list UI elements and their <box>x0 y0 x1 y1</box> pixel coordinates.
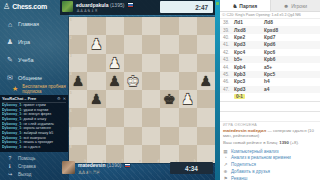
rank-label: 2 <box>70 36 72 40</box>
board: 12♟3♟4♟♟♚♟5♟♚♟678hgfedcba <box>69 17 215 163</box>
opening-row[interactable]: ⓘ C20: King's Pawn Opening: 1.e4 e5 2.Qg… <box>220 12 320 19</box>
black-move[interactable]: Крb6 <box>264 57 294 62</box>
chat-header: YouRaChat – Free ⚙ ✕ <box>2 96 66 103</box>
player-name-bottom[interactable]: matedevsin (1390) <box>78 162 130 168</box>
learn-icon: Учеба <box>18 57 33 63</box>
add-friend-icon: ⊕ <box>223 169 228 174</box>
square-c5[interactable]: ♚ <box>160 90 178 108</box>
move-row[interactable]: 40. Крe2 Крd7 <box>220 34 320 41</box>
action-link[interactable]: ⚑ Реванш <box>223 175 317 180</box>
move-row[interactable]: 47. Крd3 a4 <box>220 86 320 93</box>
winner-name[interactable]: matedevsin победил <box>223 128 266 133</box>
tab-label: Партия <box>239 3 257 9</box>
black-pawn: ♟ <box>106 72 124 90</box>
trial-star-icon: ★ <box>12 85 18 93</box>
white-move[interactable]: Лxd8 <box>234 28 264 33</box>
square-d4[interactable] <box>142 72 160 90</box>
square-a7[interactable] <box>197 127 215 145</box>
black-move[interactable]: Крxd8 <box>264 28 294 33</box>
white-king: ♚ <box>124 72 142 90</box>
square-g3[interactable] <box>87 54 105 72</box>
move-number: 41. <box>223 42 234 47</box>
new-rating-text: Ваш новый рейтинг в Блиц: 1390 (+8). <box>223 140 317 145</box>
square-e7[interactable] <box>124 127 142 145</box>
learn-icon: ✎ <box>6 56 14 64</box>
sidebar-item[interactable]: ⌂ Главная <box>0 15 69 33</box>
rating: (1390) <box>107 162 121 168</box>
move-row[interactable]: 0-1 <box>220 93 320 100</box>
white-move[interactable]: 0-1 <box>234 94 245 99</box>
square-c3[interactable] <box>160 54 178 72</box>
square-h1[interactable]: 1 <box>69 17 87 35</box>
rank-label: 5 <box>70 91 72 95</box>
move-number: 38. <box>223 20 234 25</box>
square-a3[interactable] <box>197 54 215 72</box>
sidebar-item[interactable]: ♟ Игра <box>0 33 69 51</box>
square-d6[interactable] <box>142 108 160 126</box>
black-move[interactable]: Крc5 <box>264 72 294 77</box>
info-icon: ℹ <box>6 163 14 169</box>
square-c6[interactable] <box>160 108 178 126</box>
square-g2[interactable]: ♟ <box>87 35 105 53</box>
game-over-heading: ИГРА ОКОНЧЕНА <box>223 123 317 127</box>
avatar[interactable] <box>62 161 75 174</box>
opening-name: C20: King's Pawn Opening: 1.e4 e5 2.Qg4 … <box>227 13 301 17</box>
play-icon: ♟ <box>6 38 14 46</box>
rematch-icon: ⚑ <box>223 176 228 180</box>
help-icon: Помощь <box>18 156 35 161</box>
sidebar: ♙ Chess.com ⌂ Главная ♟ Игра ✎ Учеба ✉ О… <box>0 0 69 180</box>
move-row[interactable]: 45. Крb3 Крc5 <box>220 71 320 78</box>
white-pawn: ♟ <box>87 35 105 53</box>
move-row[interactable]: 38. Лd1 Лd8 <box>220 19 320 26</box>
move-number: 45. <box>223 72 234 77</box>
black-move[interactable]: Крd6 <box>264 42 294 47</box>
white-move[interactable]: Крc4 <box>234 50 264 55</box>
realtime-analysis-icon: Анализ в реальном времени <box>231 155 291 160</box>
clock-bottom: 4:34 <box>170 162 213 174</box>
player-name-top[interactable]: eduardpakula (1395) <box>76 2 133 8</box>
square-f3[interactable]: ♟ <box>106 54 124 72</box>
square-g1[interactable] <box>87 17 105 35</box>
white-move[interactable]: Крd3 <box>234 42 264 47</box>
square-a1[interactable] <box>197 17 215 35</box>
black-move[interactable]: a4 <box>264 87 294 92</box>
black-move[interactable]: Крd7 <box>264 35 294 40</box>
action-link[interactable]: ▦ Компьютерный анализ <box>223 148 317 155</box>
sidebar-bottom-menu: ? Помощь ℹ Справка ↪ Выход <box>0 154 69 178</box>
chat-messages: Dybovoy_1: привет стрим Dybovoy_1: удачи… <box>2 103 66 151</box>
square-h3[interactable]: 3 <box>69 54 87 72</box>
square-e3[interactable] <box>124 54 142 72</box>
move-row[interactable]: 41. Крd3 Крd6 <box>220 41 320 48</box>
sidebar-bottom-item[interactable]: ? Помощь <box>0 154 69 162</box>
play-icon: Игра <box>18 39 30 45</box>
square-b4[interactable] <box>179 72 197 90</box>
help-icon: ? <box>6 155 14 161</box>
square-d2[interactable] <box>142 35 160 53</box>
action-link[interactable]: ↗ Поделиться <box>223 161 317 168</box>
share-game-icon: Поделиться <box>231 162 256 167</box>
game-result-text: matedevsin победил — соперник сдался (10… <box>223 128 317 139</box>
square-a6[interactable] <box>197 108 215 126</box>
opening-info-icon: ⓘ <box>222 13 226 17</box>
chat-message: Dybovoy_1: он сдался <box>2 145 66 150</box>
move-number: 43. <box>223 57 234 62</box>
square-g5[interactable]: ♟ <box>87 90 105 108</box>
rank-label: 6 <box>70 109 72 113</box>
black-pawn: ♟ <box>87 90 105 108</box>
move-row[interactable]: 42. Крc4 Крc6 <box>220 49 320 56</box>
square-e2[interactable] <box>124 35 142 53</box>
square-g4[interactable] <box>87 72 105 90</box>
square-c7[interactable] <box>160 127 178 145</box>
top-player-bar: eduardpakula (1395) ♟♟♟♞♝♜ 2:47 <box>60 0 215 15</box>
black-move[interactable]: Крc6 <box>264 50 294 55</box>
stream-chat-overlay[interactable]: YouRaChat – Free ⚙ ✕ Dybovoy_1: привет с… <box>0 95 68 152</box>
screen: ♙ Chess.com ⌂ Главная ♟ Игра ✎ Учеба ✉ О… <box>0 0 320 180</box>
rank-label: 8 <box>70 145 72 149</box>
square-d5[interactable] <box>142 90 160 108</box>
white-pawn: ♟ <box>106 54 124 72</box>
square-f4[interactable]: ♟ <box>106 72 124 90</box>
square-d7[interactable] <box>142 127 160 145</box>
sidebar-item[interactable]: ✎ Учеба <box>0 51 69 69</box>
square-e4[interactable]: ♚ <box>124 72 142 90</box>
move-number: 47. <box>223 87 234 92</box>
home-icon: Главная <box>18 21 39 27</box>
post-game-actions: ▦ Компьютерный анализ ◔ Анализ в реально… <box>220 146 320 180</box>
white-move[interactable]: Лd1 <box>234 20 264 25</box>
new-rating-value: 1390 <box>279 140 289 145</box>
signout-icon: Выход <box>18 172 31 177</box>
action-link[interactable]: ◔ Анализ в реальном времени <box>223 155 317 162</box>
square-a2[interactable] <box>197 35 215 53</box>
square-a5[interactable] <box>197 90 215 108</box>
black-move[interactable]: h4 <box>264 79 294 84</box>
tab-label: Игроки <box>291 3 307 9</box>
move-number: 40. <box>223 35 234 40</box>
trial-label: Бесплатная пробная подписка <box>22 84 66 95</box>
square-f6[interactable] <box>106 108 124 126</box>
square-h5[interactable]: 5 <box>69 90 87 108</box>
square-h4[interactable]: 4♟ <box>69 72 87 90</box>
square-b6[interactable] <box>179 108 197 126</box>
square-b1[interactable] <box>179 17 197 35</box>
chat-title: YouRaChat – Free <box>2 96 55 101</box>
sidebar-bottom-item[interactable]: ℹ Справка <box>0 162 69 170</box>
white-move[interactable]: Крb4 <box>234 65 264 70</box>
black-king: ♚ <box>160 90 178 108</box>
game-panel: ♞ Партия ☻ Игроки ⓘ C20: King's Pawn Ope… <box>220 0 320 180</box>
connection-status-dot <box>216 2 219 5</box>
tab-game[interactable]: ♞ Партия <box>220 0 271 11</box>
move-row[interactable]: 46. Крc3 h4 <box>220 78 320 85</box>
panel-icon-tabs <box>220 112 320 122</box>
username: matedevsin <box>78 162 106 168</box>
avatar[interactable] <box>62 1 73 12</box>
square-h7[interactable]: 7 <box>69 127 87 145</box>
square-a4[interactable]: ♟ <box>197 72 215 90</box>
computer-analysis-icon: ▦ <box>223 149 228 154</box>
square-b7[interactable] <box>179 127 197 145</box>
black-move[interactable]: Лd8 <box>264 20 294 25</box>
home-icon: ⌂ <box>6 21 14 28</box>
move-row[interactable]: 39. Лxd8 Крxd8 <box>220 26 320 33</box>
white-pawn: ♟ <box>179 90 197 108</box>
square-b5[interactable]: ♟ <box>179 90 197 108</box>
rank-label: 1 <box>70 18 72 22</box>
square-c1[interactable] <box>160 17 178 35</box>
square-h6[interactable]: 6 <box>69 108 87 126</box>
black-pawn: ♟ <box>69 72 87 90</box>
square-c4[interactable] <box>160 72 178 90</box>
square-f2[interactable] <box>106 35 124 53</box>
square-b2[interactable] <box>179 35 197 53</box>
country-flag-icon <box>125 164 130 167</box>
square-b3[interactable] <box>179 54 197 72</box>
white-move[interactable]: Крd3 <box>234 87 264 92</box>
move-row[interactable]: 43. b5+ Крb6 <box>220 56 320 63</box>
knight-icon: ♞ <box>232 3 237 9</box>
panel-tabs: ♞ Партия ☻ Игроки <box>220 0 320 12</box>
sidebar-bottom-item[interactable]: ↪ Выход <box>0 170 69 178</box>
move-row[interactable]: 44. Крb4 a5+ <box>220 63 320 70</box>
signout-icon: ↪ <box>6 171 14 177</box>
move-number: 39. <box>223 28 234 33</box>
square-d3[interactable] <box>142 54 160 72</box>
share-game-icon: ↗ <box>223 162 228 167</box>
chesscom-logo[interactable]: ♙ Chess.com <box>0 0 69 11</box>
move-number: 44. <box>223 65 234 70</box>
computer-analysis-icon: Компьютерный анализ <box>231 149 278 154</box>
square-f5[interactable] <box>106 90 124 108</box>
chat-close-icon[interactable]: ✕ <box>63 96 66 101</box>
move-list: 38. Лd1 Лd8 39. Лxd8 Крxd8 40. Крe2 Крd7… <box>220 19 320 101</box>
rematch-icon: Реванш <box>231 176 247 180</box>
sidebar-menu: ⌂ Главная ♟ Игра ✎ Учеба ✉ Общение <box>0 15 69 87</box>
add-friend-icon: Добавить в друзья <box>231 169 270 174</box>
square-e1[interactable] <box>124 17 142 35</box>
white-move[interactable]: b5+ <box>234 57 264 62</box>
chat-gear-icon[interactable]: ⚙ <box>57 96 61 101</box>
white-move[interactable]: Крe2 <box>234 35 264 40</box>
logo-text: Chess.com <box>12 3 47 10</box>
square-f1[interactable] <box>106 17 124 35</box>
square-g7[interactable] <box>87 127 105 145</box>
black-move[interactable]: a5+ <box>264 65 294 70</box>
square-f7[interactable] <box>106 127 124 145</box>
rank-label: 3 <box>70 54 72 58</box>
square-g6[interactable] <box>87 108 105 126</box>
action-link[interactable]: ⊕ Добавить в друзья <box>223 168 317 175</box>
move-toolbar <box>220 101 320 112</box>
rank-label: 7 <box>70 127 72 131</box>
captured-pieces-top: ♟♟♟♞♝♜ <box>76 8 98 13</box>
move-number: 42. <box>223 50 234 55</box>
square-d1[interactable] <box>142 17 160 35</box>
white-move[interactable]: Крb3 <box>234 72 264 77</box>
square-h2[interactable]: 2 <box>69 35 87 53</box>
square-e6[interactable] <box>124 108 142 126</box>
square-c2[interactable] <box>160 35 178 53</box>
game-over-block: ИГРА ОКОНЧЕНА matedevsin победил — сопер… <box>220 122 320 146</box>
captured-pieces-bottom: ♙♙♗♘♖♕ <box>78 170 100 175</box>
move-number: 46. <box>223 79 234 84</box>
tab-players[interactable]: ☻ Игроки <box>271 0 320 11</box>
country-flag-icon <box>128 3 133 6</box>
white-move[interactable]: Крc3 <box>234 79 264 84</box>
bottom-player-bar: matedevsin (1390) ♙♙♗♘♖♕ 4:34 <box>60 161 215 179</box>
realtime-analysis-icon: ◔ <box>223 155 228 160</box>
black-pawn: ♟ <box>197 72 215 90</box>
players-icon: ☻ <box>283 3 289 9</box>
square-e5[interactable] <box>124 90 142 108</box>
pawn-logo-icon: ♙ <box>3 2 10 11</box>
username: eduardpakula <box>76 2 109 8</box>
rating: (1395) <box>110 2 124 8</box>
info-icon: Справка <box>18 164 36 169</box>
clock-top: 2:47 <box>160 1 213 13</box>
